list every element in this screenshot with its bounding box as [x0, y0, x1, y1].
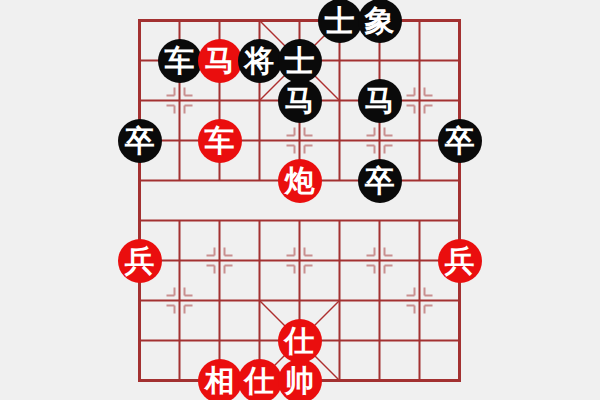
- piece-black-horse[interactable]: 马: [278, 79, 322, 123]
- piece-black-king[interactable]: 将: [238, 39, 282, 83]
- piece-black-advisor[interactable]: 士: [278, 39, 322, 83]
- piece-black-pawn[interactable]: 卒: [438, 119, 482, 163]
- piece-red-advisor[interactable]: 仕: [278, 319, 322, 363]
- piece-red-rook[interactable]: 车: [198, 119, 242, 163]
- pieces-layer: 士象车马将士马马卒车卒炮卒兵兵仕相仕帅: [120, 1, 480, 400]
- piece-black-horse[interactable]: 马: [358, 79, 402, 123]
- xiangqi-diagram: 士象车马将士马马卒车卒炮卒兵兵仕相仕帅: [0, 0, 600, 400]
- piece-black-advisor[interactable]: 士: [318, 0, 362, 43]
- piece-red-elephant[interactable]: 相: [198, 359, 242, 400]
- piece-red-pawn[interactable]: 兵: [118, 239, 162, 283]
- piece-red-horse[interactable]: 马: [198, 39, 242, 83]
- piece-black-pawn[interactable]: 卒: [118, 119, 162, 163]
- piece-red-pawn[interactable]: 兵: [438, 239, 482, 283]
- piece-red-king[interactable]: 帅: [278, 359, 322, 400]
- piece-black-elephant[interactable]: 象: [358, 0, 402, 43]
- piece-red-cannon[interactable]: 炮: [278, 159, 322, 203]
- piece-black-rook[interactable]: 车: [158, 39, 202, 83]
- piece-black-pawn[interactable]: 卒: [358, 159, 402, 203]
- piece-red-advisor[interactable]: 仕: [238, 359, 282, 400]
